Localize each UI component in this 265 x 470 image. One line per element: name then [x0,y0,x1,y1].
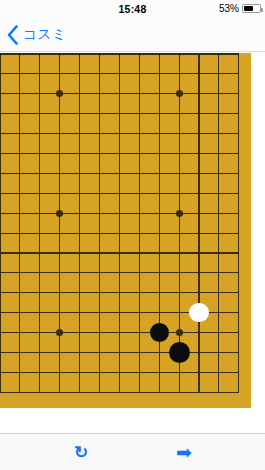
hoshi-point [176,329,183,336]
back-button[interactable]: コスミ [7,23,66,47]
retry-icon: ↻ [74,444,88,461]
grid-line-vertical [238,53,239,393]
grid-line-vertical [198,53,199,393]
stone-black-Q3 [169,342,190,363]
grid-line-horizontal [0,193,239,194]
grid-line-horizontal [0,213,239,214]
battery-nub [261,8,263,12]
grid-line-horizontal [0,292,239,293]
grid-line-horizontal [0,233,239,234]
retry-button[interactable]: ↻ [59,437,103,467]
nav-bar: コスミ [0,17,265,52]
grid-line-vertical [119,53,120,393]
grid-line-vertical [99,53,100,393]
hoshi-point [56,329,63,336]
grid-line-vertical [19,53,20,393]
chevron-left-icon [7,25,18,45]
grid-line-horizontal [0,53,239,54]
forward-button[interactable]: ➡ [162,437,206,467]
bottom-toolbar: ↻ ➡ [0,433,265,470]
hoshi-point [56,90,63,97]
grid-line-horizontal [0,93,239,94]
grid-line-horizontal [0,352,239,353]
hoshi-point [176,210,183,217]
grid-line-vertical [59,53,60,393]
app-screen: 15:48 53% コスミ ↻ ➡ [0,0,265,470]
battery-percent: 53% [219,3,239,14]
stone-black-P4 [150,323,169,342]
grid-line-horizontal [0,372,239,373]
grid-line-vertical [218,53,219,393]
battery-icon [242,4,261,13]
battery-fill [244,6,253,11]
grid-line-horizontal [0,392,239,393]
hoshi-point [56,210,63,217]
grid-line-vertical [79,53,80,393]
grid-line-horizontal [0,73,239,74]
grid-line-horizontal [0,173,239,174]
grid-line-horizontal [0,153,239,154]
grid-line-vertical [0,53,1,393]
grid-line-horizontal [0,252,239,253]
status-bar: 15:48 53% [0,0,265,17]
grid-line-horizontal [0,272,239,273]
stone-white-R5 [189,303,208,322]
grid-line-vertical [39,53,40,393]
grid-line-vertical [139,53,140,393]
grid-line-horizontal [0,113,239,114]
back-button-label: コスミ [23,26,66,44]
grid-line-horizontal [0,133,239,134]
go-board[interactable] [0,53,251,408]
forward-arrow-icon: ➡ [176,443,192,462]
hoshi-point [176,90,183,97]
grid-line-horizontal [0,332,239,333]
